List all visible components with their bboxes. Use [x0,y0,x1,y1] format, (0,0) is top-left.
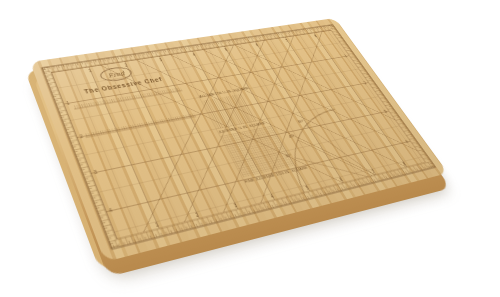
product-photo: 30° 45° 60° ALLUMETTE ¼ IN. SQUARE JULIE… [0,0,500,297]
